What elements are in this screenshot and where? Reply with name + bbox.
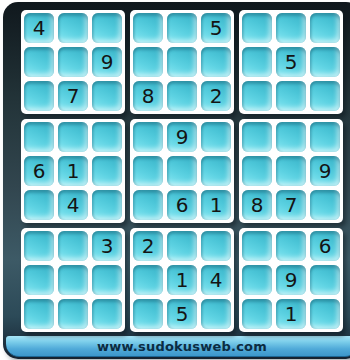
cell-r8c3[interactable] <box>92 265 122 295</box>
cell-r9c7[interactable] <box>242 299 272 329</box>
cell-r7c6[interactable] <box>201 231 231 261</box>
cell-r4c5[interactable]: 9 <box>167 122 197 152</box>
cell-r7c9[interactable]: 6 <box>310 231 340 261</box>
cell-r7c8[interactable] <box>276 231 306 261</box>
cell-r3c8[interactable] <box>276 81 306 111</box>
box-6: 987 <box>239 119 343 223</box>
cell-r1c5[interactable] <box>167 13 197 43</box>
cell-r4c4[interactable] <box>133 122 163 152</box>
cell-r1c6[interactable]: 5 <box>201 13 231 43</box>
cell-r9c1[interactable] <box>24 299 54 329</box>
box-4: 614 <box>21 119 125 223</box>
cell-r8c6[interactable]: 4 <box>201 265 231 295</box>
cell-r5c2[interactable]: 1 <box>58 156 88 186</box>
cell-r1c9[interactable] <box>310 13 340 43</box>
cell-r7c4[interactable]: 2 <box>133 231 163 261</box>
cell-r8c7[interactable] <box>242 265 272 295</box>
cell-r2c6[interactable] <box>201 47 231 77</box>
cell-r1c4[interactable] <box>133 13 163 43</box>
cell-r2c2[interactable] <box>58 47 88 77</box>
cell-r3c2[interactable]: 7 <box>58 81 88 111</box>
cell-r1c1[interactable]: 4 <box>24 13 54 43</box>
cell-r5c5[interactable] <box>167 156 197 186</box>
cell-r3c4[interactable]: 8 <box>133 81 163 111</box>
cell-r8c8[interactable]: 9 <box>276 265 306 295</box>
footer-bar: www.sudokusweb.com <box>6 336 350 357</box>
cell-r5c9[interactable]: 9 <box>310 156 340 186</box>
cell-r6c9[interactable] <box>310 190 340 220</box>
cell-r6c2[interactable]: 4 <box>58 190 88 220</box>
cell-r6c3[interactable] <box>92 190 122 220</box>
cell-r6c5[interactable]: 6 <box>167 190 197 220</box>
cell-r6c7[interactable]: 8 <box>242 190 272 220</box>
cell-r3c5[interactable] <box>167 81 197 111</box>
cell-r3c6[interactable]: 2 <box>201 81 231 111</box>
cell-r5c1[interactable]: 6 <box>24 156 54 186</box>
cell-r2c3[interactable]: 9 <box>92 47 122 77</box>
website-link[interactable]: www.sudokusweb.com <box>97 339 267 354</box>
cell-r4c1[interactable] <box>24 122 54 152</box>
cell-r1c2[interactable] <box>58 13 88 43</box>
cell-r2c5[interactable] <box>167 47 197 77</box>
cell-r2c9[interactable] <box>310 47 340 77</box>
cell-r6c4[interactable] <box>133 190 163 220</box>
cell-r7c1[interactable] <box>24 231 54 261</box>
box-8: 2145 <box>130 228 234 332</box>
box-9: 691 <box>239 228 343 332</box>
cell-r1c8[interactable] <box>276 13 306 43</box>
box-3: 5 <box>239 10 343 114</box>
box-2: 582 <box>130 10 234 114</box>
cell-r5c4[interactable] <box>133 156 163 186</box>
cell-r8c5[interactable]: 1 <box>167 265 197 295</box>
cell-r8c4[interactable] <box>133 265 163 295</box>
cell-r4c8[interactable] <box>276 122 306 152</box>
cell-r1c7[interactable] <box>242 13 272 43</box>
cell-r3c1[interactable] <box>24 81 54 111</box>
cell-r9c6[interactable] <box>201 299 231 329</box>
cell-r7c5[interactable] <box>167 231 197 261</box>
cell-r7c2[interactable] <box>58 231 88 261</box>
cell-r9c4[interactable] <box>133 299 163 329</box>
cell-r8c1[interactable] <box>24 265 54 295</box>
cell-r2c1[interactable] <box>24 47 54 77</box>
cell-r8c2[interactable] <box>58 265 88 295</box>
box-7: 3 <box>21 228 125 332</box>
cell-r9c9[interactable] <box>310 299 340 329</box>
cell-r4c7[interactable] <box>242 122 272 152</box>
cell-r1c3[interactable] <box>92 13 122 43</box>
box-5: 961 <box>130 119 234 223</box>
cell-r2c8[interactable]: 5 <box>276 47 306 77</box>
cell-r5c8[interactable] <box>276 156 306 186</box>
cell-r5c3[interactable] <box>92 156 122 186</box>
cell-r9c8[interactable]: 1 <box>276 299 306 329</box>
cell-r5c7[interactable] <box>242 156 272 186</box>
cell-r4c2[interactable] <box>58 122 88 152</box>
cell-r4c9[interactable] <box>310 122 340 152</box>
sudoku-grid: 497582561496198732145691 <box>12 10 350 332</box>
cell-r2c7[interactable] <box>242 47 272 77</box>
cell-r6c6[interactable]: 1 <box>201 190 231 220</box>
cell-r8c9[interactable] <box>310 265 340 295</box>
cell-r7c3[interactable]: 3 <box>92 231 122 261</box>
cell-r5c6[interactable] <box>201 156 231 186</box>
box-1: 497 <box>21 10 125 114</box>
cell-r3c7[interactable] <box>242 81 272 111</box>
cell-r4c3[interactable] <box>92 122 122 152</box>
cell-r4c6[interactable] <box>201 122 231 152</box>
cell-r6c1[interactable] <box>24 190 54 220</box>
cell-r6c8[interactable]: 7 <box>276 190 306 220</box>
cell-r7c7[interactable] <box>242 231 272 261</box>
sudoku-board: 497582561496198732145691 www.sudokusweb.… <box>3 2 350 359</box>
cell-r3c3[interactable] <box>92 81 122 111</box>
cell-r9c5[interactable]: 5 <box>167 299 197 329</box>
cell-r3c9[interactable] <box>310 81 340 111</box>
cell-r9c2[interactable] <box>58 299 88 329</box>
cell-r2c4[interactable] <box>133 47 163 77</box>
cell-r9c3[interactable] <box>92 299 122 329</box>
